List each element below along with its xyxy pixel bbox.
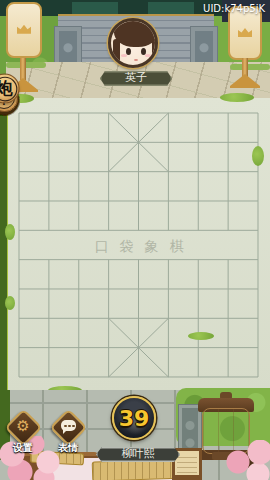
emote-button-label: 表情 <box>48 441 88 455</box>
avatar-blush <box>145 54 151 57</box>
speech-bubble-icon <box>61 420 76 431</box>
lantern-top-left <box>6 2 42 58</box>
crown-icon <box>17 24 31 34</box>
moss-patch <box>6 62 46 68</box>
countdown-number: 39 <box>119 406 150 431</box>
stand-leg <box>248 458 256 472</box>
lantern-base <box>212 452 240 460</box>
emote-button[interactable]: 表情 <box>48 412 94 460</box>
crown-icon <box>238 27 252 37</box>
floor-lantern <box>202 408 250 454</box>
game-screen: 口袋象棋 車馬相仕帥仕相馬車炮炮兵兵兵兵兵卒卒卒卒卒炮炮車馬象士將士象馬車 UI… <box>0 0 270 480</box>
gear-icon: ⚙ <box>3 416 43 436</box>
lantern-pole-left <box>20 58 26 80</box>
opponent-avatar[interactable] <box>108 18 158 68</box>
uid-text: UID:k74p5jK <box>203 3 265 14</box>
avatar-mouth <box>134 59 138 61</box>
opponent-name-banner: 英子 <box>100 71 172 86</box>
avatar-hair-lock <box>113 39 120 63</box>
lantern-top-right <box>228 6 262 60</box>
settings-button[interactable]: ⚙ 设置 <box>3 412 49 460</box>
board-grid: 車馬相仕帥仕相馬車炮炮兵兵兵兵兵卒卒卒卒卒炮炮車馬象士將士象馬車 <box>4 98 270 391</box>
player-avatar-timer[interactable]: 39 <box>112 396 156 440</box>
moss-patch <box>230 64 270 70</box>
roof-panel <box>72 2 118 14</box>
roof-gold-trim <box>58 14 214 16</box>
avatar-blush <box>121 54 127 57</box>
roof-panel <box>148 2 194 14</box>
settings-button-label: 设置 <box>3 441 43 455</box>
player-name-banner: 柳叶熙 <box>96 447 180 462</box>
